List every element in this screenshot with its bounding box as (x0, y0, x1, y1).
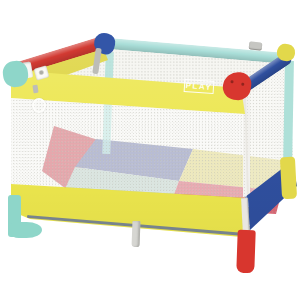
metal-clip (249, 41, 263, 50)
zipper-pull (32, 85, 38, 94)
center-support-leg (132, 221, 141, 247)
back-right-corner-strip (283, 61, 294, 167)
screw-icon (230, 80, 233, 83)
plastic-ring (32, 98, 46, 113)
brand-logo-icon (37, 69, 45, 76)
front-left-foot (7, 195, 45, 240)
back-right-foot (280, 157, 297, 200)
play-text-label: PLAY (184, 79, 215, 94)
playpen-product-photo: PLAY (0, 0, 300, 300)
front-left-foot-toe (11, 222, 42, 238)
front-right-foot (236, 230, 255, 274)
screw-icon (241, 83, 244, 86)
